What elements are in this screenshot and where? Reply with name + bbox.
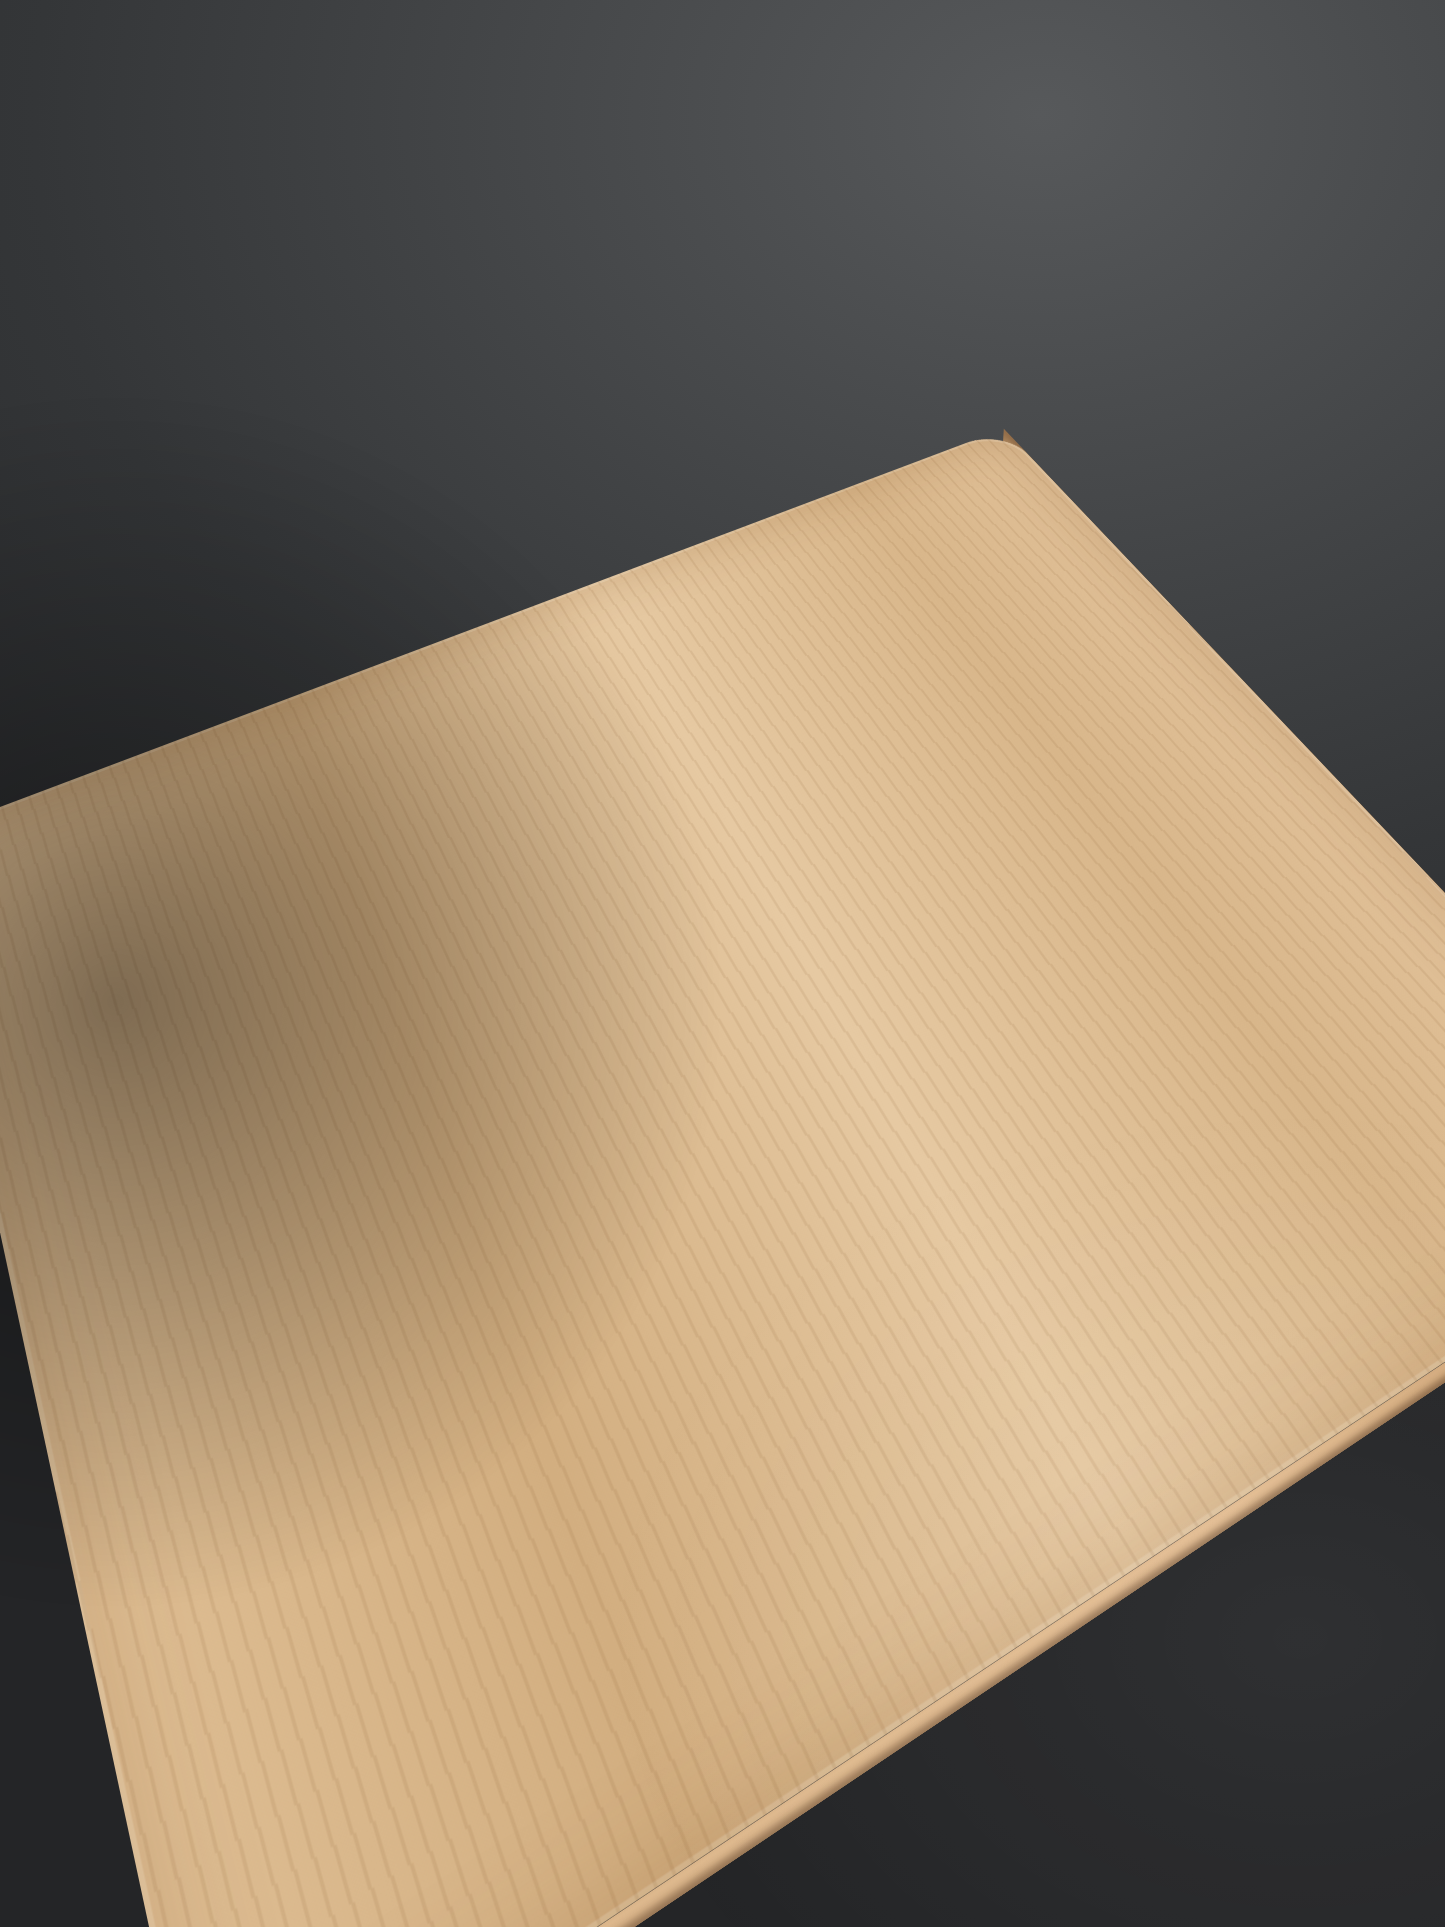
- board-top-surface: [0, 429, 1445, 1927]
- wood-grain-overlay: [0, 429, 1445, 1927]
- game-board: [0, 429, 1445, 1927]
- photo-backdrop: [0, 0, 1445, 1927]
- scene: [0, 0, 1445, 1927]
